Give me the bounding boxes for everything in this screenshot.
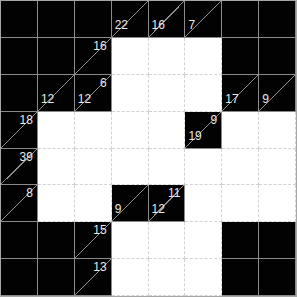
down-clue: 12 (78, 93, 91, 105)
block-cell-r0c0 (1, 1, 38, 38)
block-cell-r7c6 (222, 259, 259, 296)
down-clue: 9 (262, 93, 269, 105)
clue-cell-r2c2: 126 (75, 75, 112, 112)
empty-cell-r5c6[interactable] (222, 185, 259, 222)
across-clue: 18 (20, 114, 33, 126)
clue-cell-r3c0: 18 (1, 112, 38, 149)
empty-cell-r2c5[interactable] (185, 75, 222, 112)
across-clue: 15 (93, 224, 106, 236)
block-cell-r1c1 (38, 38, 75, 75)
across-clue: 11 (168, 187, 180, 199)
block-cell-r1c7 (259, 38, 296, 75)
empty-cell-r1c3[interactable] (112, 38, 149, 75)
across-clue: 39 (20, 151, 33, 163)
empty-cell-r6c3[interactable] (112, 222, 149, 259)
empty-cell-r3c2[interactable] (75, 112, 112, 149)
empty-cell-r4c1[interactable] (38, 149, 75, 186)
empty-cell-r4c6[interactable] (222, 149, 259, 186)
clue-cell-r2c1: 12 (38, 75, 75, 112)
down-clue: 12 (152, 203, 165, 215)
clue-cell-r5c0: 8 (1, 185, 38, 222)
clue-cell-r3c5: 199 (185, 112, 222, 149)
block-cell-r1c6 (222, 38, 259, 75)
block-cell-r7c7 (259, 259, 296, 296)
across-clue: 8 (26, 187, 33, 199)
block-cell-r6c7 (259, 222, 296, 259)
clue-cell-r5c3: 9 (112, 185, 149, 222)
empty-cell-r5c5[interactable] (185, 185, 222, 222)
clue-cell-r4c0: 39 (1, 149, 38, 186)
empty-cell-r6c5[interactable] (185, 222, 222, 259)
empty-cell-r4c3[interactable] (112, 149, 149, 186)
empty-cell-r6c4[interactable] (149, 222, 186, 259)
down-clue: 12 (41, 93, 54, 105)
empty-cell-r3c1[interactable] (38, 112, 75, 149)
empty-cell-r5c7[interactable] (259, 185, 296, 222)
clue-cell-r0c5: 7 (185, 1, 222, 38)
block-cell-r7c0 (1, 259, 38, 296)
clue-cell-r6c2: 15 (75, 222, 112, 259)
across-clue: 9 (211, 114, 218, 126)
empty-cell-r4c7[interactable] (259, 149, 296, 186)
empty-cell-r3c6[interactable] (222, 112, 259, 149)
clue-cell-r7c2: 13 (75, 259, 112, 296)
empty-cell-r3c7[interactable] (259, 112, 296, 149)
across-clue: 13 (93, 261, 106, 273)
empty-cell-r7c4[interactable] (149, 259, 186, 296)
block-cell-r6c1 (38, 222, 75, 259)
clue-cell-r5c4: 1211 (149, 185, 186, 222)
clue-cell-r0c4: 16 (149, 1, 186, 38)
across-clue: 6 (100, 77, 107, 89)
down-clue: 7 (188, 19, 195, 31)
clue-cell-r1c2: 16 (75, 38, 112, 75)
empty-cell-r4c2[interactable] (75, 149, 112, 186)
clue-cell-r2c7: 9 (259, 75, 296, 112)
clue-cell-r2c6: 17 (222, 75, 259, 112)
empty-cell-r4c4[interactable] (149, 149, 186, 186)
empty-cell-r4c5[interactable] (185, 149, 222, 186)
across-clue: 16 (93, 40, 106, 52)
down-clue: 17 (225, 93, 238, 105)
block-cell-r0c2 (75, 1, 112, 38)
down-clue: 22 (115, 19, 128, 31)
empty-cell-r3c4[interactable] (149, 112, 186, 149)
block-cell-r6c0 (1, 222, 38, 259)
block-cell-r7c1 (38, 259, 75, 296)
empty-cell-r5c2[interactable] (75, 185, 112, 222)
block-cell-r0c6 (222, 1, 259, 38)
block-cell-r0c1 (38, 1, 75, 38)
empty-cell-r2c4[interactable] (149, 75, 186, 112)
down-clue: 19 (188, 130, 201, 142)
down-clue: 9 (115, 203, 122, 215)
empty-cell-r5c1[interactable] (38, 185, 75, 222)
block-cell-r6c6 (222, 222, 259, 259)
empty-cell-r7c3[interactable] (112, 259, 149, 296)
block-cell-r0c7 (259, 1, 296, 38)
empty-cell-r2c3[interactable] (112, 75, 149, 112)
clue-cell-r0c3: 22 (112, 1, 149, 38)
empty-cell-r1c4[interactable] (149, 38, 186, 75)
empty-cell-r1c5[interactable] (185, 38, 222, 75)
kakuro-board: 22167161212617918199398912111513 (0, 0, 297, 297)
block-cell-r2c0 (1, 75, 38, 112)
down-clue: 16 (152, 19, 165, 31)
empty-cell-r7c5[interactable] (185, 259, 222, 296)
empty-cell-r3c3[interactable] (112, 112, 149, 149)
block-cell-r1c0 (1, 38, 38, 75)
